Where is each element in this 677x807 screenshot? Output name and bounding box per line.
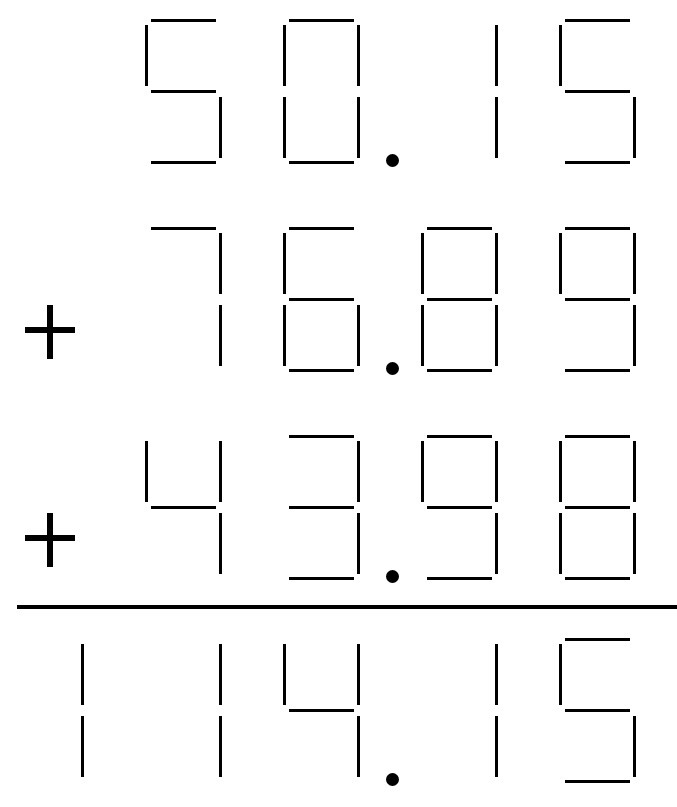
- segment-f: [421, 233, 424, 294]
- digit-r3-c5-8: [559, 435, 636, 580]
- segment-b: [219, 233, 222, 294]
- digit-r2-c4-8: [421, 227, 498, 372]
- digit-r4-c2-1: [145, 638, 222, 783]
- segment-g: [151, 506, 216, 509]
- segment-c: [357, 305, 360, 366]
- segment-a: [289, 227, 354, 230]
- segment-d: [151, 161, 216, 164]
- segment-d: [427, 577, 492, 580]
- sum-rule: [17, 605, 677, 609]
- segment-c: [633, 97, 636, 158]
- plus-operator-r3-vbar: [47, 513, 53, 567]
- segment-f: [421, 441, 424, 502]
- segment-a: [427, 435, 492, 438]
- digit-r3-c4-9: [421, 435, 498, 580]
- segment-b: [495, 233, 498, 294]
- segment-b: [495, 441, 498, 502]
- segment-f: [559, 233, 562, 294]
- digit-r4-c4-1: [421, 638, 498, 783]
- segment-c: [81, 716, 84, 777]
- segment-c: [219, 513, 222, 574]
- segment-g: [151, 90, 216, 93]
- segment-c: [357, 97, 360, 158]
- segment-c: [219, 97, 222, 158]
- segment-c: [219, 716, 222, 777]
- segment-f: [283, 25, 286, 86]
- segment-b: [219, 644, 222, 705]
- digit-r4-c3-4: [283, 638, 360, 783]
- segment-e: [421, 305, 424, 366]
- segment-g: [565, 709, 630, 712]
- segment-f: [559, 644, 562, 705]
- segment-g: [565, 90, 630, 93]
- digit-r2-c5-9: [559, 227, 636, 372]
- segment-c: [495, 305, 498, 366]
- segment-e: [283, 305, 286, 366]
- segment-b: [495, 25, 498, 86]
- digit-r1-c4-1: [421, 19, 498, 164]
- segment-c: [219, 305, 222, 366]
- segment-c: [633, 305, 636, 366]
- segment-c: [633, 513, 636, 574]
- decimal-point-r4: [386, 773, 399, 786]
- segment-b: [357, 441, 360, 502]
- segment-a: [289, 19, 354, 22]
- segment-d: [565, 369, 630, 372]
- segment-a: [427, 227, 492, 230]
- segment-c: [357, 513, 360, 574]
- segment-g: [565, 298, 630, 301]
- digit-r3-c2-4: [145, 435, 222, 580]
- segment-c: [495, 513, 498, 574]
- segment-g: [427, 506, 492, 509]
- segment-a: [565, 435, 630, 438]
- segment-d: [565, 577, 630, 580]
- segment-f: [559, 441, 562, 502]
- segment-b: [357, 644, 360, 705]
- segment-a: [565, 227, 630, 230]
- segment-b: [219, 441, 222, 502]
- digit-r1-c5-5: [559, 19, 636, 164]
- segment-c: [495, 97, 498, 158]
- segment-b: [81, 644, 84, 705]
- segment-b: [633, 233, 636, 294]
- segment-g: [427, 298, 492, 301]
- segment-d: [565, 161, 630, 164]
- decimal-point-r1: [386, 154, 399, 167]
- segment-g: [289, 298, 354, 301]
- segment-d: [427, 369, 492, 372]
- segment-d: [289, 369, 354, 372]
- segment-g: [565, 506, 630, 509]
- decimal-point-r2: [386, 362, 399, 375]
- segment-a: [289, 435, 354, 438]
- digit-r2-c3-6: [283, 227, 360, 372]
- decimal-point-r3: [386, 570, 399, 583]
- segment-f: [283, 644, 286, 705]
- segment-e: [283, 97, 286, 158]
- plus-operator-r2-vbar: [47, 305, 53, 359]
- segment-c: [633, 716, 636, 777]
- segment-d: [565, 780, 630, 783]
- segment-c: [357, 716, 360, 777]
- digit-r2-c2-7: [145, 227, 222, 372]
- digit-r3-c3-3: [283, 435, 360, 580]
- segment-e: [559, 513, 562, 574]
- segment-b: [357, 25, 360, 86]
- segment-g: [289, 709, 354, 712]
- segment-a: [565, 19, 630, 22]
- segment-f: [283, 233, 286, 294]
- digit-r4-c1-1: [7, 638, 84, 783]
- segment-d: [289, 161, 354, 164]
- addition-worksheet: [0, 0, 677, 807]
- segment-a: [151, 19, 216, 22]
- segment-f: [559, 25, 562, 86]
- segment-f: [145, 25, 148, 86]
- digit-r1-c3-0: [283, 19, 360, 164]
- segment-a: [565, 638, 630, 641]
- segment-g: [289, 506, 354, 509]
- digit-r4-c5-5: [559, 638, 636, 783]
- segment-b: [633, 441, 636, 502]
- segment-c: [495, 716, 498, 777]
- segment-f: [145, 441, 148, 502]
- segment-a: [151, 227, 216, 230]
- digit-r1-c2-5: [145, 19, 222, 164]
- segment-d: [289, 577, 354, 580]
- segment-b: [495, 644, 498, 705]
